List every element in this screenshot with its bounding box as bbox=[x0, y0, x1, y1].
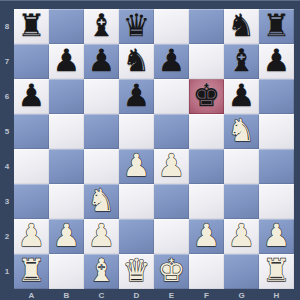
square-c1[interactable]: ♝ bbox=[84, 254, 119, 289]
rank-labels: 87654321 bbox=[0, 9, 14, 289]
piece-black-bishop[interactable]: ♝ bbox=[88, 10, 116, 41]
square-a2[interactable]: ♟ bbox=[14, 219, 49, 254]
rank-label-5: 5 bbox=[0, 114, 14, 149]
file-label-b: B bbox=[49, 289, 84, 300]
file-label-c: C bbox=[84, 289, 119, 300]
square-e2[interactable] bbox=[154, 219, 189, 254]
square-f6[interactable]: ♚ bbox=[189, 79, 224, 114]
square-f7[interactable] bbox=[189, 44, 224, 79]
square-g1[interactable] bbox=[224, 254, 259, 289]
square-a7[interactable] bbox=[14, 44, 49, 79]
square-a8[interactable]: ♜ bbox=[14, 9, 49, 44]
piece-black-pawn[interactable]: ♟ bbox=[18, 80, 46, 111]
square-a4[interactable] bbox=[14, 149, 49, 184]
piece-white-pawn[interactable]: ♟ bbox=[263, 220, 291, 251]
piece-white-bishop[interactable]: ♝ bbox=[88, 255, 116, 286]
rank-label-6: 6 bbox=[0, 79, 14, 114]
piece-black-knight[interactable]: ♞ bbox=[228, 10, 256, 41]
square-f2[interactable]: ♟ bbox=[189, 219, 224, 254]
file-label-h: H bbox=[259, 289, 294, 300]
piece-white-rook[interactable]: ♜ bbox=[263, 255, 291, 286]
square-f5[interactable] bbox=[189, 114, 224, 149]
square-g2[interactable]: ♟ bbox=[224, 219, 259, 254]
piece-black-pawn[interactable]: ♟ bbox=[263, 45, 291, 76]
square-e3[interactable] bbox=[154, 184, 189, 219]
piece-white-pawn[interactable]: ♟ bbox=[193, 220, 221, 251]
piece-black-pawn[interactable]: ♟ bbox=[158, 45, 186, 76]
piece-white-queen[interactable]: ♛ bbox=[123, 255, 151, 286]
piece-black-pawn[interactable]: ♟ bbox=[88, 45, 116, 76]
file-label-g: G bbox=[224, 289, 259, 300]
piece-black-bishop[interactable]: ♝ bbox=[228, 45, 256, 76]
rank-label-3: 3 bbox=[0, 184, 14, 219]
square-e4[interactable]: ♟ bbox=[154, 149, 189, 184]
piece-black-queen[interactable]: ♛ bbox=[123, 10, 151, 41]
piece-white-pawn[interactable]: ♟ bbox=[228, 220, 256, 251]
rank-label-4: 4 bbox=[0, 149, 14, 184]
square-h7[interactable]: ♟ bbox=[259, 44, 294, 79]
square-f8[interactable] bbox=[189, 9, 224, 44]
square-f3[interactable] bbox=[189, 184, 224, 219]
piece-white-pawn[interactable]: ♟ bbox=[123, 150, 151, 181]
piece-white-pawn[interactable]: ♟ bbox=[158, 150, 186, 181]
square-h8[interactable]: ♜ bbox=[259, 9, 294, 44]
piece-white-pawn[interactable]: ♟ bbox=[53, 220, 81, 251]
square-b5[interactable] bbox=[49, 114, 84, 149]
square-d2[interactable] bbox=[119, 219, 154, 254]
square-b3[interactable] bbox=[49, 184, 84, 219]
piece-black-rook[interactable]: ♜ bbox=[18, 10, 46, 41]
piece-black-rook[interactable]: ♜ bbox=[263, 10, 291, 41]
square-d3[interactable] bbox=[119, 184, 154, 219]
piece-white-knight[interactable]: ♞ bbox=[228, 115, 256, 146]
rank-label-7: 7 bbox=[0, 44, 14, 79]
square-c6[interactable] bbox=[84, 79, 119, 114]
square-h4[interactable] bbox=[259, 149, 294, 184]
square-c8[interactable]: ♝ bbox=[84, 9, 119, 44]
square-b4[interactable] bbox=[49, 149, 84, 184]
rank-label-1: 1 bbox=[0, 254, 14, 289]
square-b8[interactable] bbox=[49, 9, 84, 44]
square-b6[interactable] bbox=[49, 79, 84, 114]
piece-white-pawn[interactable]: ♟ bbox=[18, 220, 46, 251]
square-b1[interactable] bbox=[49, 254, 84, 289]
square-g7[interactable]: ♝ bbox=[224, 44, 259, 79]
square-h2[interactable]: ♟ bbox=[259, 219, 294, 254]
piece-white-king[interactable]: ♚ bbox=[158, 255, 186, 286]
square-c4[interactable] bbox=[84, 149, 119, 184]
piece-black-pawn[interactable]: ♟ bbox=[228, 80, 256, 111]
square-g4[interactable] bbox=[224, 149, 259, 184]
square-d4[interactable]: ♟ bbox=[119, 149, 154, 184]
square-c2[interactable]: ♟ bbox=[84, 219, 119, 254]
square-e1[interactable]: ♚ bbox=[154, 254, 189, 289]
square-h6[interactable] bbox=[259, 79, 294, 114]
chess-board: ♜♝♛♞♜♟♟♞♟♝♟♟♟♚♟♞♟♟♞♟♟♟♟♟♟♜♝♛♚♜ bbox=[14, 9, 294, 289]
file-label-a: A bbox=[14, 289, 49, 300]
piece-black-king[interactable]: ♚ bbox=[193, 80, 221, 111]
file-label-f: F bbox=[189, 289, 224, 300]
square-d1[interactable]: ♛ bbox=[119, 254, 154, 289]
file-labels: ABCDEFGH bbox=[14, 289, 294, 300]
rank-label-8: 8 bbox=[0, 9, 14, 44]
piece-black-pawn[interactable]: ♟ bbox=[123, 80, 151, 111]
square-c3[interactable]: ♞ bbox=[84, 184, 119, 219]
square-a5[interactable] bbox=[14, 114, 49, 149]
square-a1[interactable]: ♜ bbox=[14, 254, 49, 289]
square-g5[interactable]: ♞ bbox=[224, 114, 259, 149]
square-f1[interactable] bbox=[189, 254, 224, 289]
square-b7[interactable]: ♟ bbox=[49, 44, 84, 79]
square-d5[interactable] bbox=[119, 114, 154, 149]
square-a3[interactable] bbox=[14, 184, 49, 219]
square-h1[interactable]: ♜ bbox=[259, 254, 294, 289]
piece-white-knight[interactable]: ♞ bbox=[88, 185, 116, 216]
square-c5[interactable] bbox=[84, 114, 119, 149]
square-g3[interactable] bbox=[224, 184, 259, 219]
square-h5[interactable] bbox=[259, 114, 294, 149]
square-f4[interactable] bbox=[189, 149, 224, 184]
piece-black-knight[interactable]: ♞ bbox=[123, 45, 151, 76]
square-e6[interactable] bbox=[154, 79, 189, 114]
square-d6[interactable]: ♟ bbox=[119, 79, 154, 114]
square-e8[interactable] bbox=[154, 9, 189, 44]
square-g6[interactable]: ♟ bbox=[224, 79, 259, 114]
square-b2[interactable]: ♟ bbox=[49, 219, 84, 254]
piece-white-rook[interactable]: ♜ bbox=[18, 255, 46, 286]
square-c7[interactable]: ♟ bbox=[84, 44, 119, 79]
rank-label-2: 2 bbox=[0, 219, 14, 254]
piece-white-pawn[interactable]: ♟ bbox=[88, 220, 116, 251]
square-d7[interactable]: ♞ bbox=[119, 44, 154, 79]
square-a6[interactable]: ♟ bbox=[14, 79, 49, 114]
chess-board-frame: 87654321 ♜♝♛♞♜♟♟♞♟♝♟♟♟♚♟♞♟♟♞♟♟♟♟♟♟♜♝♛♚♜ … bbox=[0, 0, 300, 300]
file-label-e: E bbox=[154, 289, 189, 300]
square-e5[interactable] bbox=[154, 114, 189, 149]
square-g8[interactable]: ♞ bbox=[224, 9, 259, 44]
square-h3[interactable] bbox=[259, 184, 294, 219]
piece-black-pawn[interactable]: ♟ bbox=[53, 45, 81, 76]
square-e7[interactable]: ♟ bbox=[154, 44, 189, 79]
file-label-d: D bbox=[119, 289, 154, 300]
square-d8[interactable]: ♛ bbox=[119, 9, 154, 44]
